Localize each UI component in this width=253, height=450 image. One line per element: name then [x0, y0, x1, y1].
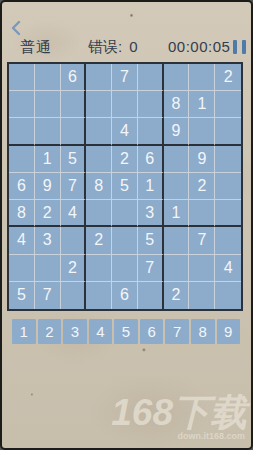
cell-r2c1[interactable] [9, 91, 35, 118]
numpad-key-9[interactable]: 9 [217, 319, 241, 344]
cell-r3c7[interactable]: 9 [164, 118, 190, 145]
error-counter: 错误:0 [88, 38, 138, 57]
sudoku-board: 672814915269697851282431432572745762 [7, 62, 243, 311]
cell-r9c8[interactable] [189, 282, 215, 309]
cell-r9c7[interactable]: 2 [164, 282, 190, 309]
watermark-brand: 168下载 [111, 394, 247, 431]
numpad-key-2[interactable]: 2 [38, 319, 62, 344]
numpad-key-6[interactable]: 6 [140, 319, 164, 344]
cell-r8c5[interactable] [112, 255, 138, 282]
cell-r3c3[interactable] [61, 118, 87, 145]
difficulty-label: 普通 [20, 38, 52, 57]
cell-r3c5[interactable]: 4 [112, 118, 138, 145]
top-bar: 普通 错误:0 00:00:05 [2, 38, 251, 58]
cell-r8c8[interactable] [189, 255, 215, 282]
cell-r5c2[interactable]: 9 [35, 173, 61, 200]
cell-r7c1[interactable]: 4 [9, 227, 35, 254]
cell-r1c2[interactable] [35, 64, 61, 91]
cell-r2c4[interactable] [86, 91, 112, 118]
cell-r1c7[interactable] [164, 64, 190, 91]
cell-r8c7[interactable] [164, 255, 190, 282]
cell-r3c6[interactable] [138, 118, 164, 145]
cell-r7c3[interactable] [61, 227, 87, 254]
cell-r8c9[interactable]: 4 [215, 255, 241, 282]
cell-r1c8[interactable] [189, 64, 215, 91]
cell-r9c3[interactable] [61, 282, 87, 309]
cell-r5c5[interactable]: 5 [112, 173, 138, 200]
cell-r4c8[interactable]: 9 [189, 146, 215, 173]
numpad-key-7[interactable]: 7 [165, 319, 189, 344]
cell-r3c9[interactable] [215, 118, 241, 145]
cell-r6c3[interactable]: 4 [61, 200, 87, 227]
numpad-key-1[interactable]: 1 [12, 319, 36, 344]
cell-r5c3[interactable]: 7 [61, 173, 87, 200]
cell-r9c4[interactable] [86, 282, 112, 309]
cell-r9c2[interactable]: 7 [35, 282, 61, 309]
cell-r7c6[interactable]: 5 [138, 227, 164, 254]
cell-r9c5[interactable]: 6 [112, 282, 138, 309]
cell-r7c9[interactable] [215, 227, 241, 254]
cell-r9c9[interactable] [215, 282, 241, 309]
cell-r3c1[interactable] [9, 118, 35, 145]
cell-r5c9[interactable] [215, 173, 241, 200]
cell-r6c7[interactable]: 1 [164, 200, 190, 227]
cell-r2c6[interactable] [138, 91, 164, 118]
error-counter-value: 0 [129, 38, 137, 55]
cell-r4c3[interactable]: 5 [61, 146, 87, 173]
cell-r8c2[interactable] [35, 255, 61, 282]
cell-r3c2[interactable] [35, 118, 61, 145]
cell-r5c6[interactable]: 1 [138, 173, 164, 200]
watermark-url: down.it168.com [111, 432, 245, 441]
cell-r6c2[interactable]: 2 [35, 200, 61, 227]
pause-icon [242, 40, 246, 54]
pause-button[interactable] [233, 40, 246, 54]
numpad-key-4[interactable]: 4 [89, 319, 113, 344]
cell-r5c4[interactable]: 8 [86, 173, 112, 200]
numpad-key-3[interactable]: 3 [63, 319, 87, 344]
cell-r9c6[interactable] [138, 282, 164, 309]
number-pad: 123456789 [12, 319, 240, 344]
cell-r7c2[interactable]: 3 [35, 227, 61, 254]
cell-r8c3[interactable]: 2 [61, 255, 87, 282]
cell-r4c7[interactable] [164, 146, 190, 173]
cell-r6c4[interactable] [86, 200, 112, 227]
cell-r6c8[interactable] [189, 200, 215, 227]
cell-r5c7[interactable] [164, 173, 190, 200]
cell-r5c1[interactable]: 6 [9, 173, 35, 200]
cell-r6c5[interactable] [112, 200, 138, 227]
cell-r6c1[interactable]: 8 [9, 200, 35, 227]
cell-r1c1[interactable] [9, 64, 35, 91]
cell-r5c8[interactable]: 2 [189, 173, 215, 200]
numpad-key-8[interactable]: 8 [191, 319, 215, 344]
cell-r6c9[interactable] [215, 200, 241, 227]
cell-r7c7[interactable] [164, 227, 190, 254]
cell-r3c4[interactable] [86, 118, 112, 145]
cell-r2c5[interactable] [112, 91, 138, 118]
cell-r4c4[interactable] [86, 146, 112, 173]
sudoku-app-screen: 普通 错误:0 00:00:05 67281491526969785128243… [0, 0, 253, 450]
cell-r1c6[interactable] [138, 64, 164, 91]
cell-r6c6[interactable]: 3 [138, 200, 164, 227]
cell-r8c1[interactable] [9, 255, 35, 282]
cell-r8c4[interactable] [86, 255, 112, 282]
cell-r2c9[interactable] [215, 91, 241, 118]
cell-r1c9[interactable]: 2 [215, 64, 241, 91]
cell-r7c8[interactable]: 7 [189, 227, 215, 254]
cell-r7c4[interactable]: 2 [86, 227, 112, 254]
chevron-left-icon [8, 19, 26, 37]
cell-r1c4[interactable] [86, 64, 112, 91]
game-timer: 00:00:05 [168, 38, 230, 55]
cell-r2c8[interactable]: 1 [189, 91, 215, 118]
cell-r8c6[interactable]: 7 [138, 255, 164, 282]
error-counter-label: 错误: [88, 38, 122, 55]
cell-r2c3[interactable] [61, 91, 87, 118]
cell-r4c6[interactable]: 6 [138, 146, 164, 173]
cell-r4c5[interactable]: 2 [112, 146, 138, 173]
watermark: 168下载 down.it168.com [111, 394, 247, 441]
cell-r9c1[interactable]: 5 [9, 282, 35, 309]
numpad-key-5[interactable]: 5 [114, 319, 138, 344]
cell-r1c5[interactable]: 7 [112, 64, 138, 91]
pause-icon [233, 40, 237, 54]
cell-r4c9[interactable] [215, 146, 241, 173]
cell-r2c7[interactable]: 8 [164, 91, 190, 118]
cell-r7c5[interactable] [112, 227, 138, 254]
cell-r4c2[interactable]: 1 [35, 146, 61, 173]
cell-r1c3[interactable]: 6 [61, 64, 87, 91]
cell-r3c8[interactable] [189, 118, 215, 145]
back-button[interactable] [8, 19, 26, 37]
cell-r4c1[interactable] [9, 146, 35, 173]
cell-r2c2[interactable] [35, 91, 61, 118]
